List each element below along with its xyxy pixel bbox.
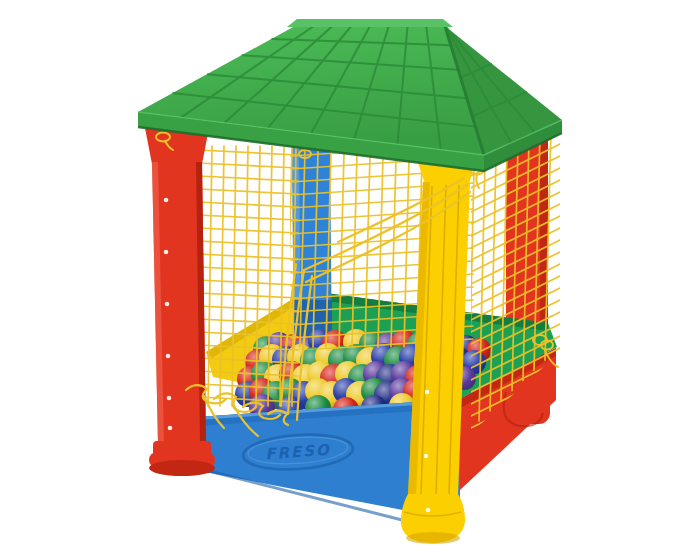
product-photo: FRESO — [0, 0, 700, 560]
ball-pit-playhouse-illustration: FRESO — [0, 0, 700, 560]
